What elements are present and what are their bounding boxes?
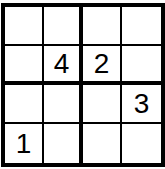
sudoku-board-wrapper: 4231 xyxy=(0,0,165,167)
empty-cell-r4c3[interactable] xyxy=(83,124,122,163)
empty-cell-r3c1[interactable] xyxy=(5,85,44,124)
empty-cell-r2c1[interactable] xyxy=(5,46,44,85)
empty-cell-r1c3[interactable] xyxy=(83,7,122,46)
empty-cell-r1c1[interactable] xyxy=(5,7,44,46)
empty-cell-r1c2[interactable] xyxy=(44,7,83,46)
empty-cell-r2c4[interactable] xyxy=(122,46,161,85)
empty-cell-r3c2[interactable] xyxy=(44,85,83,124)
empty-cell-r4c4[interactable] xyxy=(122,124,161,163)
given-cell-r2c2: 4 xyxy=(44,46,83,85)
given-cell-r3c4: 3 xyxy=(122,85,161,124)
sudoku-board: 4231 xyxy=(1,3,165,167)
given-cell-r2c3: 2 xyxy=(83,46,122,85)
given-cell-r4c1: 1 xyxy=(5,124,44,163)
empty-cell-r1c4[interactable] xyxy=(122,7,161,46)
empty-cell-r4c2[interactable] xyxy=(44,124,83,163)
empty-cell-r3c3[interactable] xyxy=(83,85,122,124)
